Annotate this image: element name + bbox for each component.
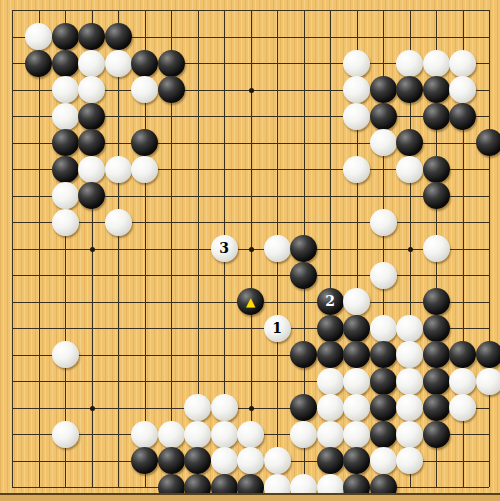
black-stone xyxy=(396,129,423,156)
go-board[interactable]: 123▲ xyxy=(0,0,500,501)
white-stone xyxy=(78,76,105,103)
white-stone xyxy=(131,421,158,448)
black-stone xyxy=(370,421,397,448)
white-stone xyxy=(264,447,291,474)
white-stone xyxy=(25,23,52,50)
black-stone xyxy=(423,182,450,209)
black-stone xyxy=(423,315,450,342)
white-stone xyxy=(78,50,105,77)
black-stone xyxy=(423,156,450,183)
white-stone xyxy=(370,447,397,474)
grid-line-horizontal xyxy=(12,275,489,276)
black-stone xyxy=(290,235,317,262)
black-stone xyxy=(423,421,450,448)
star-point xyxy=(249,406,254,411)
white-stone xyxy=(343,368,370,395)
white-stone xyxy=(423,235,450,262)
white-stone xyxy=(396,315,423,342)
white-stone xyxy=(343,288,370,315)
black-stone xyxy=(52,50,79,77)
black-stone xyxy=(131,50,158,77)
white-stone xyxy=(105,156,132,183)
white-stone xyxy=(449,50,476,77)
white-stone xyxy=(131,76,158,103)
black-stone xyxy=(370,341,397,368)
white-stone xyxy=(52,209,79,236)
black-stone xyxy=(52,156,79,183)
white-stone xyxy=(105,209,132,236)
white-stone xyxy=(264,235,291,262)
white-stone xyxy=(78,156,105,183)
white-stone xyxy=(449,76,476,103)
star-point xyxy=(90,247,95,252)
black-stone xyxy=(290,394,317,421)
black-stone xyxy=(423,368,450,395)
white-stone xyxy=(343,76,370,103)
black-stone xyxy=(158,447,185,474)
black-stone xyxy=(396,76,423,103)
white-stone xyxy=(396,447,423,474)
black-stone xyxy=(290,341,317,368)
white-stone xyxy=(396,421,423,448)
black-stone xyxy=(449,103,476,130)
black-stone xyxy=(105,23,132,50)
black-stone xyxy=(317,315,344,342)
white-stone xyxy=(211,421,238,448)
black-stone xyxy=(343,447,370,474)
star-point xyxy=(90,406,95,411)
white-stone xyxy=(370,129,397,156)
black-stone xyxy=(343,341,370,368)
black-stone xyxy=(423,103,450,130)
black-stone xyxy=(317,447,344,474)
white-stone xyxy=(343,156,370,183)
white-stone xyxy=(449,394,476,421)
white-stone xyxy=(449,368,476,395)
black-stone xyxy=(370,368,397,395)
star-point xyxy=(249,88,254,93)
black-stone xyxy=(423,341,450,368)
black-stone xyxy=(476,129,500,156)
white-stone xyxy=(317,368,344,395)
grid-line-vertical xyxy=(489,10,490,487)
black-stone xyxy=(370,76,397,103)
black-stone xyxy=(25,50,52,77)
white-stone xyxy=(52,103,79,130)
black-stone xyxy=(78,23,105,50)
white-stone xyxy=(158,421,185,448)
black-stone xyxy=(423,394,450,421)
white-stone xyxy=(396,341,423,368)
black-stone xyxy=(131,447,158,474)
black-stone xyxy=(184,447,211,474)
black-stone xyxy=(317,288,344,315)
black-stone xyxy=(476,341,500,368)
star-point xyxy=(408,247,413,252)
white-stone xyxy=(290,421,317,448)
star-point xyxy=(249,247,254,252)
white-stone xyxy=(211,235,238,262)
black-stone xyxy=(423,76,450,103)
black-stone xyxy=(78,182,105,209)
black-stone xyxy=(237,288,264,315)
white-stone xyxy=(264,315,291,342)
white-stone xyxy=(52,76,79,103)
white-stone xyxy=(476,368,500,395)
black-stone xyxy=(370,394,397,421)
white-stone xyxy=(317,421,344,448)
black-stone xyxy=(370,103,397,130)
black-stone xyxy=(78,129,105,156)
white-stone xyxy=(237,447,264,474)
black-stone xyxy=(317,341,344,368)
white-stone xyxy=(211,394,238,421)
white-stone xyxy=(237,421,264,448)
white-stone xyxy=(370,315,397,342)
white-stone xyxy=(370,262,397,289)
white-stone xyxy=(184,421,211,448)
white-stone xyxy=(423,50,450,77)
white-stone xyxy=(396,50,423,77)
black-stone xyxy=(52,129,79,156)
black-stone xyxy=(131,129,158,156)
white-stone xyxy=(105,50,132,77)
black-stone xyxy=(158,76,185,103)
black-stone xyxy=(158,50,185,77)
black-stone xyxy=(52,23,79,50)
board-bottom-edge xyxy=(0,493,500,501)
black-stone xyxy=(343,315,370,342)
black-stone xyxy=(449,341,476,368)
white-stone xyxy=(343,50,370,77)
white-stone xyxy=(343,103,370,130)
black-stone xyxy=(423,288,450,315)
black-stone xyxy=(290,262,317,289)
white-stone xyxy=(52,421,79,448)
white-stone xyxy=(52,182,79,209)
black-stone xyxy=(78,103,105,130)
white-stone xyxy=(131,156,158,183)
white-stone xyxy=(52,341,79,368)
white-stone xyxy=(184,394,211,421)
white-stone xyxy=(343,394,370,421)
white-stone xyxy=(211,447,238,474)
white-stone xyxy=(396,156,423,183)
white-stone xyxy=(343,421,370,448)
white-stone xyxy=(370,209,397,236)
white-stone xyxy=(396,368,423,395)
white-stone xyxy=(317,394,344,421)
white-stone xyxy=(396,394,423,421)
